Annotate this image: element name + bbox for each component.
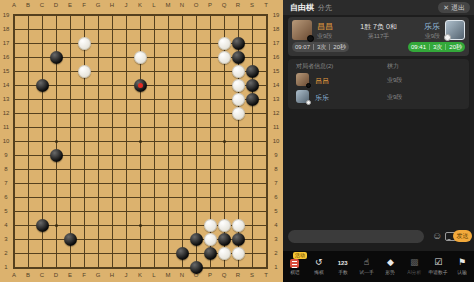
judge-button[interactable]: ◆形势 — [379, 251, 403, 282]
panel-header: 自由棋 分先 ✕ 退出 — [283, 0, 474, 15]
coordinate-label: 18 — [273, 26, 280, 32]
players-list: 对局者信息(2) 棋力 昌昌业9段乐乐业9段 — [288, 59, 469, 109]
black-stone — [246, 93, 259, 106]
star-point — [55, 224, 58, 227]
coordinate-label: 11 — [3, 124, 9, 130]
try-move-button[interactable]: ☝试一手 — [355, 251, 379, 282]
coordinate-label: T — [264, 272, 268, 278]
coordinate-label: 10 — [273, 138, 280, 144]
black-stone — [218, 233, 231, 246]
coordinate-label: 6 — [4, 194, 7, 200]
black-stone — [176, 247, 189, 260]
white-timer-chip: 09:413次20秒 — [408, 42, 465, 52]
close-icon: ✕ — [443, 4, 449, 12]
coordinate-label: 15 — [273, 68, 280, 74]
coordinate-label: 12 — [3, 110, 10, 116]
last-move-marker — [138, 83, 143, 88]
coordinate-label: B — [26, 272, 30, 278]
coordinate-label: 4 — [274, 222, 277, 228]
coordinate-label: S — [250, 2, 254, 8]
black-stone — [232, 51, 245, 64]
coordinate-label: O — [194, 2, 199, 8]
white-stone — [204, 233, 217, 246]
star-point — [139, 224, 142, 227]
game-mode-label: 分先 — [318, 3, 332, 13]
coordinate-label: 6 — [274, 194, 277, 200]
chat-input[interactable] — [288, 230, 424, 243]
ai-analysis-icon: ▩ — [410, 258, 419, 268]
coordinate-label: A — [12, 2, 16, 8]
white-stone — [232, 247, 245, 260]
black-stone — [232, 37, 245, 50]
black-stone-badge — [307, 35, 314, 42]
black-player-avatar[interactable] — [292, 20, 312, 40]
byoyomi-seconds: 20秒 — [329, 44, 349, 50]
white-stone — [204, 219, 217, 232]
black-stone — [36, 79, 49, 92]
coordinate-label: 8 — [274, 166, 277, 172]
star-point — [223, 140, 226, 143]
player-rank: 业9段 — [387, 77, 402, 83]
ai-analysis-button: ▩AI分析 — [402, 251, 426, 282]
coordinate-label: R — [236, 2, 240, 8]
white-stone — [78, 65, 91, 78]
coordinate-label: A — [12, 272, 16, 278]
game-type-title: 自由棋 — [290, 2, 314, 13]
coordinate-label: 1 — [4, 264, 7, 270]
resign-icon: ⚑ — [458, 258, 466, 268]
black-stone — [190, 261, 203, 274]
move-counter: 第117手 — [368, 33, 390, 39]
coordinate-label: 11 — [273, 124, 279, 130]
coordinate-label: M — [166, 272, 171, 278]
try-move-icon: ☝ — [364, 258, 369, 268]
black-stone — [36, 219, 49, 232]
coordinate-label: 13 — [3, 96, 10, 102]
move-numbers-button[interactable]: 123手数 — [331, 251, 355, 282]
coordinate-label: 5 — [4, 208, 7, 214]
coordinate-label: 9 — [4, 152, 7, 158]
toolbar-label: 手数 — [338, 270, 348, 275]
white-stone — [232, 107, 245, 120]
black-stone — [246, 65, 259, 78]
coordinate-label: C — [40, 272, 44, 278]
coordinate-label: E — [68, 2, 72, 8]
player-name: 乐乐 — [315, 94, 329, 101]
undo-button[interactable]: ↺悔棋 — [307, 251, 331, 282]
coordinate-label: 19 — [3, 12, 10, 18]
toolbar-label: 悔棋 — [314, 270, 324, 275]
white-player-avatar[interactable] — [445, 20, 465, 40]
white-player-name: 乐乐 — [424, 23, 440, 31]
white-stone — [134, 51, 147, 64]
toolbar-label: 试一手 — [359, 270, 373, 275]
byoyomi-periods: 3次 — [313, 44, 329, 50]
black-player-avatar — [296, 73, 309, 86]
coordinate-label: Q — [222, 272, 227, 278]
coordinate-label: L — [152, 272, 155, 278]
coordinate-label: 17 — [273, 40, 280, 46]
coordinate-label: P — [208, 272, 212, 278]
white-stone — [218, 247, 231, 260]
white-stone — [232, 65, 245, 78]
coordinate-label: 8 — [4, 166, 7, 172]
black-stone — [50, 51, 63, 64]
white-stone-badge — [444, 34, 451, 41]
coordinate-label: 3 — [274, 236, 277, 242]
coordinate-label: 3 — [4, 236, 7, 242]
black-stone — [50, 149, 63, 162]
coordinate-label: 7 — [4, 180, 7, 186]
coordinate-label: F — [82, 2, 86, 8]
coordinate-label: G — [96, 272, 101, 278]
white-stone — [218, 51, 231, 64]
white-stone — [232, 79, 245, 92]
list-item[interactable]: 乐乐业9段 — [296, 90, 463, 106]
send-button[interactable]: 发送 — [453, 230, 472, 242]
toolbar-label: 申请数子 — [429, 270, 448, 275]
go-board[interactable]: AABBCCDDEEFFGGHHJJKKLLMMNNOOPPQQRRSSTT19… — [0, 0, 283, 282]
toolbar-label: AI分析 — [407, 270, 421, 275]
black-stone — [204, 247, 217, 260]
promo-badge: 活动 — [293, 252, 307, 259]
white-stone-badge — [306, 100, 311, 105]
byoyomi-seconds: 20秒 — [445, 44, 465, 50]
black-stone — [246, 79, 259, 92]
coordinate-label: 18 — [3, 26, 10, 32]
judge-icon: ◆ — [387, 258, 394, 268]
coordinate-label: 17 — [3, 40, 10, 46]
coordinate-label: J — [125, 272, 128, 278]
coordinate-label: E — [68, 272, 72, 278]
white-player-rank: 业9段 — [425, 33, 440, 39]
coordinate-label: Q — [222, 2, 227, 8]
toolbar-label: 形势 — [386, 270, 396, 275]
coordinate-label: C — [40, 2, 44, 8]
coordinate-label: 19 — [273, 12, 280, 18]
coordinate-label: 14 — [3, 82, 10, 88]
coordinate-label: 16 — [273, 54, 280, 60]
coordinate-label: 14 — [273, 82, 280, 88]
coordinate-label: H — [110, 272, 114, 278]
coordinate-label: 5 — [274, 208, 277, 214]
coordinate-label: 9 — [274, 152, 277, 158]
list-item[interactable]: 昌昌业9段 — [296, 73, 463, 89]
coordinate-label: 2 — [274, 250, 277, 256]
exit-button[interactable]: ✕ 退出 — [438, 2, 470, 13]
coordinate-label: 4 — [4, 222, 7, 228]
coordinate-label: H — [110, 2, 114, 8]
request-count-icon: ☑ — [434, 258, 442, 268]
player-name: 昌昌 — [315, 77, 329, 84]
black-stone — [134, 79, 147, 92]
black-player-name: 昌昌 — [317, 23, 333, 31]
coordinate-label: 15 — [3, 68, 10, 74]
coordinate-label: P — [208, 2, 212, 8]
toolbar-label: 棋谱 — [290, 270, 300, 275]
black-stone — [64, 233, 77, 246]
emoji-icon[interactable]: ☺ — [431, 230, 443, 242]
black-player-rank: 业9段 — [317, 33, 332, 39]
coordinate-label: D — [54, 272, 58, 278]
send-label: 发送 — [457, 232, 469, 241]
coordinate-label: T — [264, 2, 268, 8]
kifu-icon — [290, 259, 299, 268]
coordinate-label: K — [138, 272, 142, 278]
coordinate-label: 12 — [273, 110, 280, 116]
star-point — [55, 140, 58, 143]
coordinate-label: 13 — [273, 96, 280, 102]
black-stone — [190, 233, 203, 246]
coordinate-label: S — [250, 272, 254, 278]
request-count-button[interactable]: ☑申请数子 — [426, 251, 450, 282]
coordinate-label: 16 — [3, 54, 10, 60]
white-stone — [218, 37, 231, 50]
main-time: 09:41 — [408, 44, 429, 50]
white-player-avatar — [296, 90, 309, 103]
list-header-players: 对局者信息(2) — [296, 63, 333, 69]
players-card: 昌昌 业9段 1胜 7负 0和 第117手 乐乐 业9段 09:073次20秒 … — [288, 17, 469, 56]
byoyomi-periods: 3次 — [429, 44, 445, 50]
white-stone — [78, 37, 91, 50]
resign-button[interactable]: ⚑认输 — [450, 251, 474, 282]
bottom-toolbar: 棋谱活动↺悔棋123手数☝试一手◆形势▩AI分析☑申请数子⚑认输 — [283, 251, 474, 282]
white-stone — [232, 93, 245, 106]
list-header-strength: 棋力 — [387, 63, 399, 69]
game-side-panel: 自由棋 分先 ✕ 退出 昌昌 业9段 1胜 7负 0和 第117手 乐乐 业9段… — [283, 0, 474, 282]
coordinate-label: 7 — [274, 180, 277, 186]
coordinate-label: 2 — [4, 250, 7, 256]
move-numbers-icon: 123 — [338, 258, 348, 268]
black-stone — [232, 233, 245, 246]
black-timer-chip: 09:073次20秒 — [292, 42, 349, 52]
coordinate-label: N — [180, 2, 184, 8]
coordinate-label: D — [54, 2, 58, 8]
star-point — [139, 140, 142, 143]
main-time: 09:07 — [292, 44, 313, 50]
coordinate-label: B — [26, 2, 30, 8]
kifu-button[interactable]: 棋谱活动 — [283, 251, 307, 282]
coordinate-label: L — [152, 2, 155, 8]
black-stone-badge — [306, 83, 311, 88]
coordinate-label: M — [166, 2, 171, 8]
coordinate-label: J — [125, 2, 128, 8]
coordinate-label: N — [180, 272, 184, 278]
toolbar-label: 认输 — [457, 270, 467, 275]
exit-label: 退出 — [451, 3, 465, 13]
white-stone — [218, 219, 231, 232]
coordinate-label: K — [138, 2, 142, 8]
player-rank: 业9段 — [387, 94, 402, 100]
white-stone — [232, 219, 245, 232]
undo-icon: ↺ — [315, 258, 323, 268]
coordinate-label: R — [236, 272, 240, 278]
coordinate-label: F — [82, 272, 86, 278]
coordinate-label: 1 — [274, 264, 277, 270]
coordinate-label: 10 — [3, 138, 10, 144]
match-score: 1胜 7负 0和 — [360, 23, 397, 30]
coordinate-label: G — [96, 2, 101, 8]
